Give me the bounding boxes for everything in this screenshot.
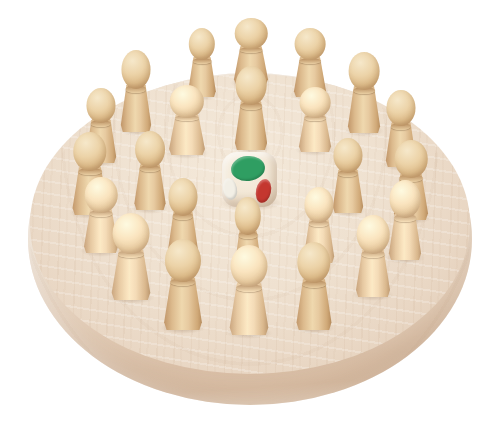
peg-head: [113, 213, 150, 254]
memory-chess-product-photo: [0, 0, 500, 424]
peg-outer-9[interactable]: [228, 245, 270, 335]
pieces-layer: [0, 0, 500, 424]
peg-outer-6[interactable]: [388, 180, 423, 260]
peg-head: [304, 187, 333, 223]
peg-head: [170, 85, 204, 118]
peg-head: [333, 138, 362, 173]
peg-outer-8[interactable]: [295, 242, 333, 330]
peg-head: [349, 52, 380, 90]
peg-outer-10[interactable]: [163, 239, 204, 330]
peg-outer-3[interactable]: [347, 52, 382, 133]
peg-inner-1[interactable]: [234, 66, 269, 150]
peg-head: [165, 239, 201, 282]
peg-head: [235, 197, 261, 235]
peg-head: [189, 28, 215, 60]
peg-inner-3[interactable]: [332, 138, 365, 213]
peg-outer-11[interactable]: [110, 213, 152, 300]
peg-head: [168, 178, 197, 216]
peg-outer-15[interactable]: [120, 50, 153, 132]
die-face-green-dot: [230, 154, 266, 182]
peg-head: [235, 18, 268, 49]
peg-head: [85, 177, 118, 213]
peg-head: [386, 90, 415, 126]
peg-head: [231, 245, 268, 287]
peg-head: [357, 215, 390, 254]
peg-inner-2[interactable]: [298, 87, 333, 152]
peg-head: [295, 28, 326, 60]
peg-head: [236, 66, 267, 105]
peg-head: [86, 88, 115, 123]
peg-inner-7[interactable]: [133, 131, 167, 210]
peg-head: [297, 242, 330, 283]
peg-head: [135, 131, 165, 168]
peg-inner-8[interactable]: [168, 85, 207, 155]
peg-head: [73, 132, 106, 171]
peg-head: [300, 87, 331, 118]
peg-outer-7[interactable]: [355, 215, 392, 297]
peg-head: [395, 140, 428, 178]
peg-head: [390, 180, 421, 218]
peg-head: [121, 50, 150, 89]
